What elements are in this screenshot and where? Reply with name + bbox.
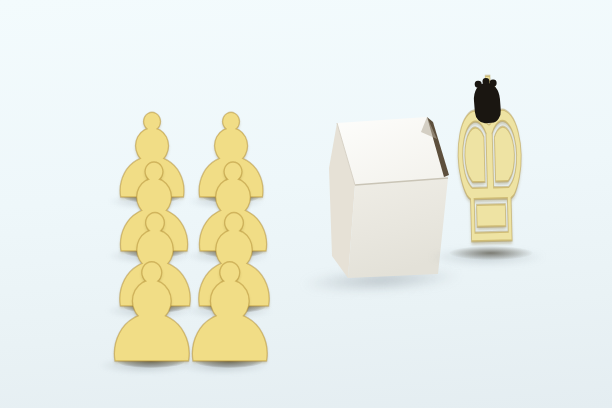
- box-front-face: [348, 178, 448, 278]
- king-piece: ♚: [450, 84, 530, 256]
- king-base-shadow: [449, 246, 533, 260]
- photo-scene: ♟ ♟ ♟ ♟ ♟ ♟ ♟: [0, 0, 612, 408]
- packaging-box: [322, 106, 462, 292]
- pawn-glyph: ♟: [174, 246, 284, 382]
- pawn: ♟: [169, 246, 289, 382]
